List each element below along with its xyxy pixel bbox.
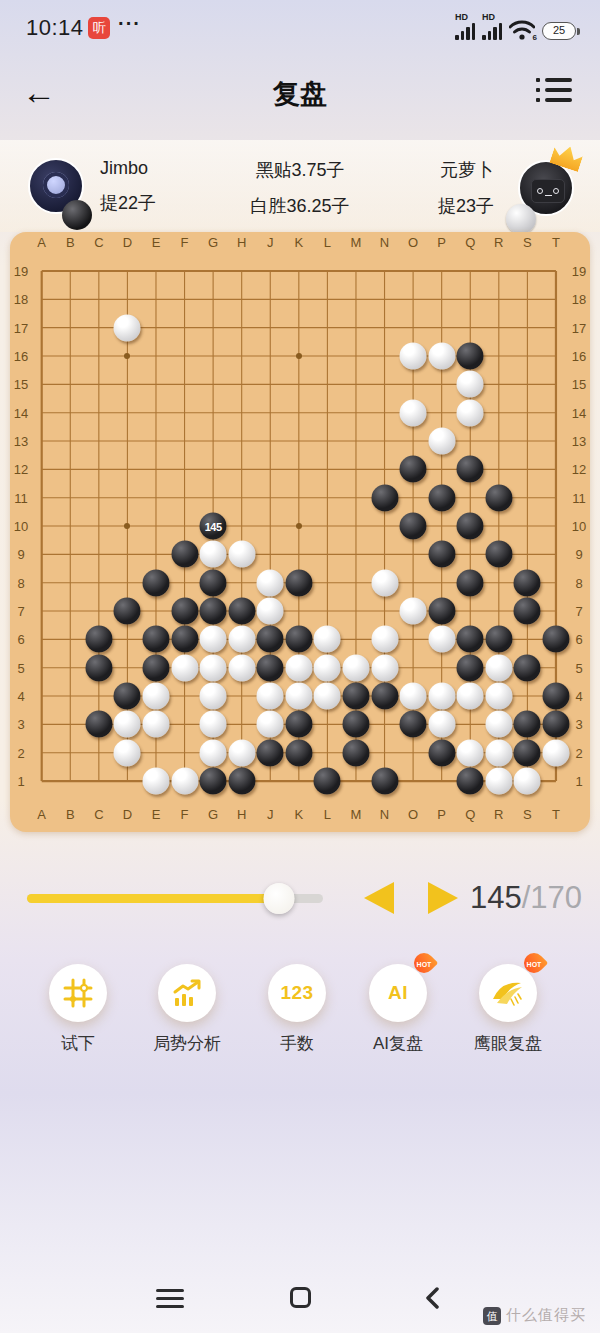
coord-label: 12	[572, 462, 586, 477]
coord-label: Q	[465, 807, 475, 822]
coord-label: 2	[17, 745, 24, 760]
white-stone[interactable]	[257, 569, 284, 596]
white-stone[interactable]	[485, 654, 512, 681]
coord-label: 5	[575, 660, 582, 675]
white-stone[interactable]	[285, 683, 312, 710]
playback-controls: 145/170	[0, 868, 600, 932]
previous-move-button[interactable]	[364, 882, 394, 914]
star-point	[296, 353, 302, 359]
coord-label: L	[324, 807, 331, 822]
coord-label: R	[494, 235, 503, 250]
ai-icon: AI	[388, 982, 408, 1004]
current-move: 145	[470, 880, 522, 915]
white-stone[interactable]	[200, 739, 227, 766]
white-stone[interactable]	[371, 569, 398, 596]
status-bar: 10:14 听 ··· HD HD 6 25	[0, 10, 600, 46]
coord-label: P	[437, 807, 446, 822]
coord-label: 5	[17, 660, 24, 675]
coord-label: 2	[575, 745, 582, 760]
white-stone[interactable]	[485, 739, 512, 766]
trend-chart-icon	[171, 978, 203, 1008]
black-stone[interactable]	[85, 626, 112, 653]
black-stone[interactable]	[542, 683, 569, 710]
white-stone[interactable]	[514, 768, 541, 795]
white-stone[interactable]	[257, 598, 284, 625]
black-stone[interactable]	[400, 456, 427, 483]
coord-label: 9	[17, 547, 24, 562]
black-stone[interactable]	[514, 598, 541, 625]
recent-apps-icon[interactable]	[156, 1289, 184, 1313]
white-stone[interactable]	[114, 739, 141, 766]
white-stone[interactable]	[314, 683, 341, 710]
coord-label: 3	[17, 717, 24, 732]
black-stone[interactable]	[371, 484, 398, 511]
page-title: 复盘	[0, 76, 600, 112]
more-notifications-icon: ···	[118, 12, 141, 35]
coord-label: 13	[14, 434, 28, 449]
black-stone[interactable]: 145	[200, 513, 227, 540]
coord-label: 12	[14, 462, 28, 477]
white-player-name: 元萝卜	[438, 158, 494, 182]
white-stone[interactable]	[400, 598, 427, 625]
coord-label: B	[66, 235, 75, 250]
coord-label: 7	[575, 604, 582, 619]
coord-label: A	[37, 235, 46, 250]
white-stone[interactable]	[257, 683, 284, 710]
coord-label: G	[208, 807, 218, 822]
white-stone-badge-icon	[506, 204, 536, 234]
home-icon[interactable]	[290, 1287, 311, 1308]
coord-label: T	[552, 235, 560, 250]
white-stone[interactable]	[200, 654, 227, 681]
move-numbers-icon: 123	[280, 982, 313, 1004]
white-stone[interactable]	[542, 739, 569, 766]
coord-label: 1	[575, 774, 582, 789]
white-stone[interactable]	[342, 654, 369, 681]
black-stone[interactable]	[457, 654, 484, 681]
coord-label: Q	[465, 235, 475, 250]
go-board[interactable]: AABBCCDDEEFFGGHHJJKKLLMMNNOOPPQQRRSSTT19…	[10, 232, 590, 832]
white-stone[interactable]	[485, 768, 512, 795]
black-stone[interactable]	[457, 768, 484, 795]
black-stone[interactable]	[257, 626, 284, 653]
black-stone[interactable]	[485, 541, 512, 568]
black-stone[interactable]	[514, 711, 541, 738]
black-stone[interactable]	[514, 569, 541, 596]
black-stone[interactable]	[285, 626, 312, 653]
coord-label: O	[408, 235, 418, 250]
players-bar: Jimbo 提22子 黑贴3.75子 白胜36.25子 元萝卜 提23子	[0, 140, 600, 232]
coord-label: 8	[575, 575, 582, 590]
white-stone[interactable]	[142, 683, 169, 710]
watermark: 值 什么值得买	[483, 1306, 586, 1325]
white-stone[interactable]	[457, 683, 484, 710]
coord-label: 3	[575, 717, 582, 732]
coord-label: 11	[572, 490, 586, 505]
white-stone[interactable]	[285, 654, 312, 681]
slider-fill	[27, 894, 279, 903]
white-stone[interactable]	[314, 654, 341, 681]
toolbar-label: 鹰眼复盘	[448, 1032, 568, 1055]
white-stone[interactable]	[428, 428, 455, 455]
coord-label: 7	[17, 604, 24, 619]
listen-app-icon: 听	[88, 17, 110, 39]
white-stone[interactable]	[371, 654, 398, 681]
signal-bars-icon-1: HD	[455, 14, 475, 40]
white-stone[interactable]	[228, 626, 255, 653]
next-move-button[interactable]	[428, 882, 458, 914]
black-stone[interactable]	[400, 711, 427, 738]
coord-label: S	[523, 235, 532, 250]
coord-label: 18	[572, 292, 586, 307]
white-stone[interactable]	[142, 711, 169, 738]
toolbar-label: AI复盘	[338, 1032, 458, 1055]
coord-label: 19	[14, 264, 28, 279]
coord-label: S	[523, 807, 532, 822]
eagle-eye-review-button[interactable]: HOT 鹰眼复盘	[448, 958, 568, 1055]
white-stone[interactable]	[400, 343, 427, 370]
position-analysis-button[interactable]: 局势分析	[127, 958, 247, 1055]
signal-bars-icon-2: HD	[482, 14, 502, 40]
coord-label: B	[66, 807, 75, 822]
black-stone[interactable]	[542, 711, 569, 738]
coord-label: O	[408, 807, 418, 822]
black-stone[interactable]	[142, 569, 169, 596]
white-stone[interactable]	[485, 711, 512, 738]
coord-label: D	[123, 235, 132, 250]
coord-label: F	[181, 807, 189, 822]
screen: 10:14 听 ··· HD HD 6 25 ←	[0, 0, 600, 1333]
coord-label: H	[237, 235, 246, 250]
wifi6-label: 6	[533, 33, 537, 42]
robot-icon	[531, 179, 565, 203]
coord-label: 16	[14, 349, 28, 364]
clock: 10:14	[26, 15, 84, 41]
white-stone[interactable]	[200, 541, 227, 568]
black-stone[interactable]	[200, 569, 227, 596]
black-stone[interactable]	[342, 711, 369, 738]
coord-label: 11	[14, 490, 28, 505]
move-slider[interactable]	[27, 894, 323, 903]
black-stone[interactable]	[428, 484, 455, 511]
black-stone[interactable]	[514, 654, 541, 681]
black-stone[interactable]	[457, 456, 484, 483]
coord-label: K	[294, 235, 303, 250]
coord-label: C	[94, 235, 103, 250]
white-stone[interactable]	[428, 683, 455, 710]
hot-badge-icon: HOT	[522, 951, 546, 979]
watermark-logo: 值	[483, 1307, 501, 1325]
black-stone[interactable]	[171, 598, 198, 625]
coord-label: 4	[575, 689, 582, 704]
black-stone[interactable]	[485, 484, 512, 511]
coord-label: 10	[572, 519, 586, 534]
black-stone[interactable]	[428, 598, 455, 625]
coord-label: K	[294, 807, 303, 822]
coord-label: P	[437, 235, 446, 250]
white-stone[interactable]	[257, 711, 284, 738]
hd-label: HD	[482, 12, 495, 22]
system-navbar: 值 什么值得买	[0, 1263, 600, 1333]
komi-text: 黑贴3.75子	[0, 158, 600, 182]
coord-label: T	[552, 807, 560, 822]
white-stone[interactable]	[485, 683, 512, 710]
black-stone[interactable]	[457, 343, 484, 370]
black-stone[interactable]	[171, 541, 198, 568]
coord-label: 8	[17, 575, 24, 590]
coord-label: 4	[17, 689, 24, 704]
white-stone[interactable]	[200, 626, 227, 653]
white-stone[interactable]	[228, 654, 255, 681]
coord-label: L	[324, 235, 331, 250]
coord-label: E	[152, 807, 161, 822]
white-stone[interactable]	[428, 711, 455, 738]
black-stone[interactable]	[171, 626, 198, 653]
nav-back-icon[interactable]	[422, 1287, 444, 1309]
battery-icon: 25	[542, 22, 576, 40]
black-stone[interactable]	[285, 569, 312, 596]
coord-label: 15	[14, 377, 28, 392]
try-move-button[interactable]: 试下	[18, 958, 138, 1055]
star-point	[124, 523, 130, 529]
move-counter: 145/170	[470, 880, 582, 916]
white-stone[interactable]	[200, 711, 227, 738]
black-stone[interactable]	[314, 768, 341, 795]
black-stone[interactable]	[285, 739, 312, 766]
black-stone[interactable]	[285, 711, 312, 738]
black-stone[interactable]	[457, 569, 484, 596]
coord-label: J	[267, 807, 274, 822]
coord-label: H	[237, 807, 246, 822]
black-stone[interactable]	[257, 654, 284, 681]
black-stone[interactable]	[342, 739, 369, 766]
white-captures: 提23子	[438, 194, 494, 218]
white-stone[interactable]	[400, 683, 427, 710]
black-stone[interactable]	[400, 513, 427, 540]
toolbar-label: 试下	[18, 1032, 138, 1055]
black-stone[interactable]	[200, 768, 227, 795]
coord-label: R	[494, 807, 503, 822]
coord-label: M	[351, 235, 362, 250]
coord-label: 1	[17, 774, 24, 789]
watermark-text: 什么值得买	[506, 1306, 586, 1325]
black-stone[interactable]	[200, 598, 227, 625]
coord-label: D	[123, 807, 132, 822]
black-stone[interactable]	[85, 654, 112, 681]
black-stone[interactable]	[428, 541, 455, 568]
black-stone[interactable]	[457, 513, 484, 540]
black-stone[interactable]	[457, 626, 484, 653]
black-stone[interactable]	[257, 739, 284, 766]
coord-label: 17	[14, 320, 28, 335]
coord-label: E	[152, 235, 161, 250]
coord-label: N	[380, 807, 389, 822]
white-stone[interactable]	[428, 343, 455, 370]
coord-label: 18	[14, 292, 28, 307]
last-move-number: 145	[205, 520, 222, 532]
hot-badge-icon: HOT	[412, 951, 436, 979]
white-stone[interactable]	[114, 314, 141, 341]
coord-label: 9	[575, 547, 582, 562]
coord-label: 13	[572, 434, 586, 449]
coord-label: G	[208, 235, 218, 250]
wifi-icon: 6	[509, 20, 535, 40]
toolbar: 试下 局势分析 123 手数 AI HOT AI复盘	[0, 958, 600, 1068]
coord-label: 6	[17, 632, 24, 647]
white-stone[interactable]	[457, 399, 484, 426]
black-stone[interactable]	[485, 626, 512, 653]
slider-knob[interactable]	[264, 883, 295, 914]
star-point	[296, 523, 302, 529]
board-grid-icon	[63, 978, 93, 1008]
hd-label: HD	[455, 12, 468, 22]
white-stone[interactable]	[171, 768, 198, 795]
black-stone[interactable]	[228, 768, 255, 795]
black-stone[interactable]	[114, 598, 141, 625]
coord-label: 10	[14, 519, 28, 534]
black-stone[interactable]	[228, 598, 255, 625]
black-stone[interactable]	[342, 683, 369, 710]
header: ← 复盘	[0, 62, 600, 124]
black-stone[interactable]	[542, 626, 569, 653]
total-moves: 170	[530, 880, 582, 915]
white-stone[interactable]	[228, 541, 255, 568]
coord-label: 16	[572, 349, 586, 364]
coord-label: 15	[572, 377, 586, 392]
black-stone[interactable]	[142, 654, 169, 681]
white-stone[interactable]	[457, 739, 484, 766]
toolbar-label: 局势分析	[127, 1032, 247, 1055]
white-stone[interactable]	[200, 683, 227, 710]
white-stone[interactable]	[371, 626, 398, 653]
coord-label: 14	[14, 405, 28, 420]
black-stone[interactable]	[514, 739, 541, 766]
white-stone[interactable]	[428, 626, 455, 653]
coord-label: F	[181, 235, 189, 250]
menu-list-icon[interactable]	[536, 78, 572, 108]
white-stone[interactable]	[171, 654, 198, 681]
coord-label: 17	[572, 320, 586, 335]
ai-review-button[interactable]: AI HOT AI复盘	[338, 958, 458, 1055]
white-stone[interactable]	[400, 399, 427, 426]
coord-label: 14	[572, 405, 586, 420]
white-stone[interactable]	[142, 768, 169, 795]
star-point	[124, 353, 130, 359]
black-stone[interactable]	[371, 768, 398, 795]
black-stone[interactable]	[428, 739, 455, 766]
eagle-eye-icon	[491, 977, 525, 1009]
white-stone[interactable]	[228, 739, 255, 766]
coord-label: N	[380, 235, 389, 250]
black-stone[interactable]	[371, 683, 398, 710]
white-stone[interactable]	[314, 626, 341, 653]
coord-label: C	[94, 807, 103, 822]
coord-label: A	[37, 807, 46, 822]
coord-label: 19	[572, 264, 586, 279]
coord-label: M	[351, 807, 362, 822]
coord-label: 6	[575, 632, 582, 647]
white-stone[interactable]	[114, 711, 141, 738]
black-stone[interactable]	[114, 683, 141, 710]
black-stone[interactable]	[142, 626, 169, 653]
black-stone[interactable]	[85, 711, 112, 738]
coord-label: J	[267, 235, 274, 250]
white-stone[interactable]	[457, 371, 484, 398]
